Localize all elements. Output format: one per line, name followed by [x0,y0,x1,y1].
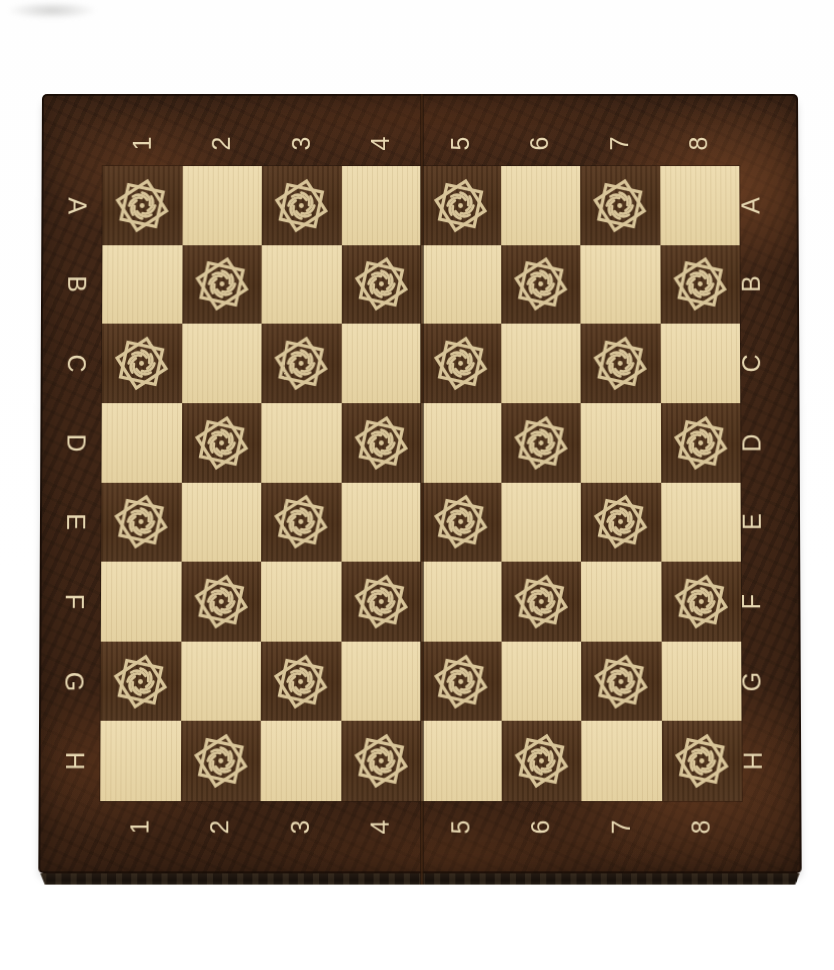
rank-label-right-text-5: F [739,594,764,609]
file-label-bottom-text-3: 4 [368,819,393,833]
file-label-bottom-1: 2 [180,803,260,850]
file-label-bottom-text-4: 5 [449,819,474,833]
rosette-icon [191,254,252,315]
square-a7[interactable] [580,166,660,245]
square-d4[interactable] [341,403,421,482]
rosette-icon [510,571,571,633]
file-label-bottom-4: 5 [421,803,501,850]
rosette-icon [350,571,411,633]
square-a4[interactable] [341,166,421,245]
square-g8[interactable] [661,641,741,721]
square-b2[interactable] [182,245,262,324]
rank-label-left-text-7: H [61,752,86,770]
rosette-icon [351,254,412,315]
rosette-icon [670,412,731,474]
rank-label-left-4: E [53,482,98,561]
square-d1[interactable] [101,403,181,482]
square-h1[interactable] [100,721,180,801]
rank-label-right-text-4: E [739,514,764,531]
rank-label-right-text-3: D [739,434,764,452]
rosette-icon [270,491,331,553]
file-label-bottom-text-5: 6 [529,819,554,833]
file-label-bottom-text-1: 2 [208,819,233,833]
rosette-icon [430,650,491,712]
file-label-top-text-5: 6 [528,136,553,150]
square-h8[interactable] [661,721,741,801]
square-c8[interactable] [660,324,740,403]
square-h6[interactable] [501,721,581,801]
square-c5[interactable] [421,324,501,403]
square-g6[interactable] [501,641,581,721]
square-f6[interactable] [501,562,581,642]
square-h3[interactable] [261,721,341,801]
rank-label-right-text-1: B [738,276,763,293]
file-label-bottom-text-2: 3 [288,819,313,833]
file-label-bottom-3: 4 [341,803,421,850]
hinge-seam-line [420,94,424,885]
square-f3[interactable] [261,562,341,642]
square-e2[interactable] [181,482,261,561]
file-label-bottom-text-6: 7 [609,819,634,833]
square-h2[interactable] [180,721,260,801]
square-a1[interactable] [102,166,182,245]
square-f7[interactable] [581,562,661,642]
rosette-icon [350,730,412,792]
square-g7[interactable] [581,641,661,721]
rank-label-left-text-6: G [62,671,87,691]
rosette-icon [350,412,411,474]
rank-label-left-6: G [52,641,97,721]
rank-label-right-text-2: C [739,354,764,372]
square-b8[interactable] [660,245,740,324]
rank-label-left-0: A [54,166,98,245]
square-c7[interactable] [580,324,660,403]
rank-label-left-text-0: A [64,197,89,214]
rank-labels-left: ABCDEFGH [52,166,99,801]
rank-label-left-text-1: B [64,276,89,293]
rosette-icon [430,333,491,394]
square-h4[interactable] [341,721,421,801]
rosette-icon [670,571,732,633]
square-h5[interactable] [421,721,501,801]
square-c4[interactable] [341,324,421,403]
square-c1[interactable] [102,324,182,403]
rosette-icon [110,650,172,712]
square-d2[interactable] [181,403,261,482]
rosette-icon [430,175,491,236]
file-label-bottom-2: 3 [261,803,341,850]
file-label-bottom-5: 6 [501,803,581,850]
file-label-bottom-text-7: 8 [689,819,714,833]
square-c2[interactable] [182,324,262,403]
rank-label-left-1: B [54,245,98,324]
square-g5[interactable] [421,641,501,721]
file-label-top-text-4: 5 [448,136,473,150]
square-d7[interactable] [581,403,661,482]
file-label-top-text-3: 4 [369,136,394,150]
file-label-top-text-6: 7 [607,136,632,150]
file-label-bottom-text-0: 1 [128,819,153,833]
square-b3[interactable] [262,245,342,324]
file-label-bottom-0: 1 [100,803,180,850]
rank-label-left-7: H [52,721,97,801]
rank-label-left-3: D [53,403,98,482]
rosette-icon [510,254,571,315]
square-a2[interactable] [182,166,262,245]
file-label-top-3: 4 [341,120,421,166]
file-label-top-0: 1 [103,120,183,166]
file-label-bottom-7: 8 [662,803,742,850]
rosette-icon [191,412,252,474]
square-b4[interactable] [341,245,421,324]
file-label-top-text-2: 3 [289,136,314,150]
rosette-icon [590,491,651,553]
file-label-top-text-7: 8 [687,136,712,150]
rosette-icon [590,650,652,712]
rosette-icon [271,333,332,394]
background-smudge [8,0,118,26]
file-label-top-4: 5 [421,120,501,166]
square-d8[interactable] [660,403,740,482]
rank-label-left-text-5: F [62,594,87,609]
square-f4[interactable] [341,562,421,642]
square-g4[interactable] [341,641,421,721]
square-f8[interactable] [661,562,741,642]
rosette-icon [190,730,252,792]
square-e5[interactable] [421,482,501,561]
square-c3[interactable] [261,324,341,403]
rosette-icon [111,333,172,394]
square-e3[interactable] [261,482,341,561]
square-e4[interactable] [341,482,421,561]
rosette-icon [271,175,332,236]
square-a6[interactable] [501,166,581,245]
square-d6[interactable] [501,403,581,482]
square-f2[interactable] [181,562,261,642]
rosette-icon [669,254,730,315]
square-e7[interactable] [581,482,661,561]
square-f1[interactable] [101,562,181,642]
square-h7[interactable] [581,721,661,801]
rosette-icon [590,333,651,394]
rosette-icon [671,730,733,792]
square-b6[interactable] [501,245,581,324]
file-label-top-7: 8 [660,120,740,166]
rank-label-left-text-2: C [63,354,88,372]
rank-label-left-5: F [52,562,97,642]
file-label-top-6: 7 [580,120,660,166]
square-e1[interactable] [101,482,181,561]
square-a3[interactable] [262,166,342,245]
rosette-icon [510,730,572,792]
rosette-icon [110,491,172,553]
rosette-icon [510,412,571,474]
rosette-icon [112,175,173,236]
rosette-icon [430,491,491,553]
square-d3[interactable] [261,403,341,482]
rank-label-right-text-0: A [738,197,763,214]
square-f5[interactable] [421,562,501,642]
file-label-top-text-0: 1 [130,136,155,150]
square-a5[interactable] [421,166,501,245]
chessboard: 12345678 12345678 ABCDEFGH ABCDEFGH [38,94,801,873]
rank-label-right-text-7: H [740,752,765,770]
square-a8[interactable] [660,166,740,245]
square-d5[interactable] [421,403,501,482]
rosette-icon [190,571,252,633]
rank-label-left-2: C [54,324,98,403]
square-e8[interactable] [661,482,741,561]
board-photo: 12345678 12345678 ABCDEFGH ABCDEFGH [0,0,834,970]
rank-label-right-text-6: G [740,671,765,691]
square-b1[interactable] [102,245,182,324]
square-g2[interactable] [181,641,261,721]
square-c6[interactable] [501,324,581,403]
file-label-bottom-6: 7 [581,803,661,850]
square-g3[interactable] [261,641,341,721]
rosette-icon [270,650,332,712]
file-label-top-2: 3 [262,120,342,166]
rosette-icon [589,175,650,236]
file-label-top-5: 6 [501,120,581,166]
square-b7[interactable] [580,245,660,324]
square-e6[interactable] [501,482,581,561]
square-g1[interactable] [101,641,181,721]
file-label-top-1: 2 [182,120,262,166]
rank-label-left-text-4: E [63,514,88,531]
rank-label-left-text-3: D [63,434,88,452]
square-b5[interactable] [421,245,501,324]
file-label-top-text-1: 2 [210,136,235,150]
